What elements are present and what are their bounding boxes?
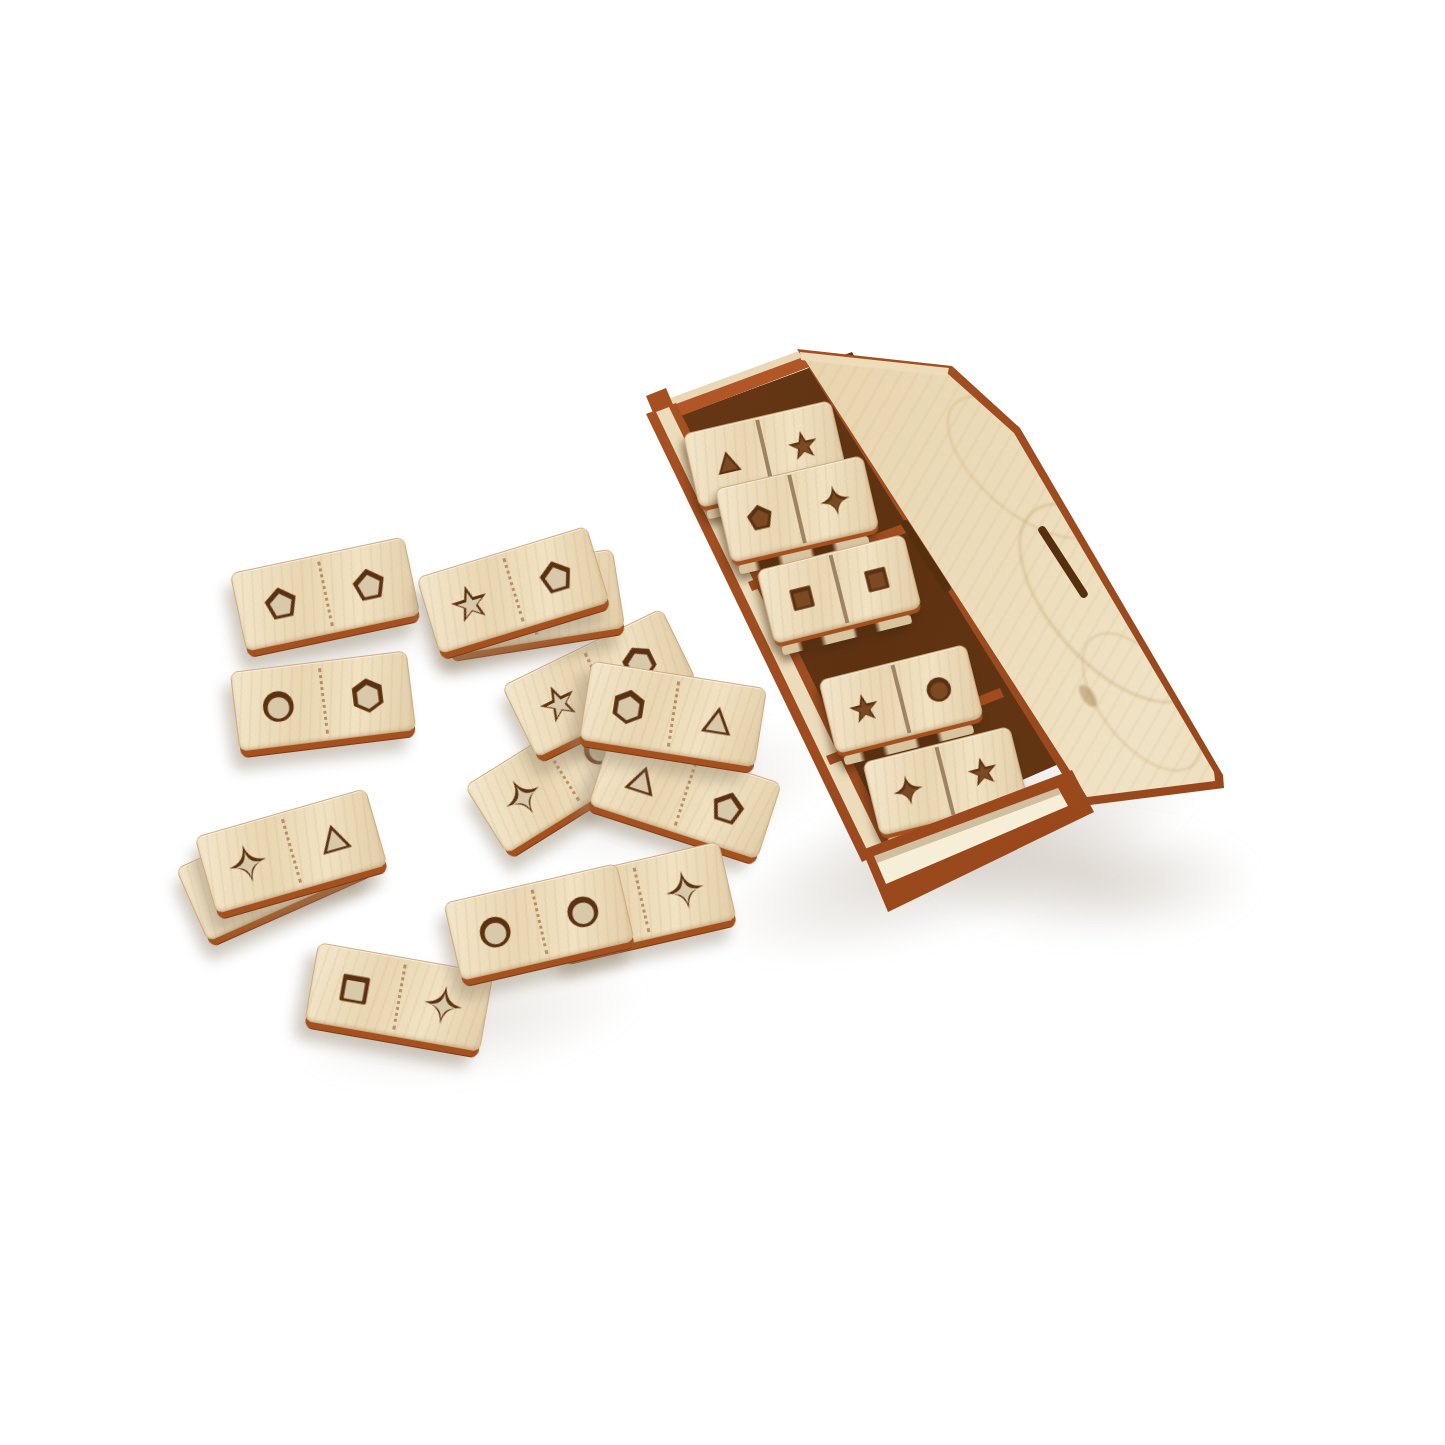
- star4-cutout: [883, 767, 933, 814]
- star4-cutout: [413, 977, 473, 1033]
- tile-half-hexagon: [580, 662, 678, 753]
- star5-cutout: [438, 573, 502, 634]
- star5-cutout: [839, 685, 889, 732]
- pentagon-cutout: [695, 777, 759, 839]
- circle-cutout: [250, 679, 307, 733]
- star5-cutout: [957, 748, 1007, 795]
- triangle-cutout: [703, 439, 752, 485]
- tile-half-star4: [791, 456, 879, 545]
- square-cutout: [777, 575, 827, 622]
- tile-half-circle: [231, 662, 326, 750]
- hexagon-cutout: [599, 679, 658, 735]
- circle-cutout: [913, 666, 963, 713]
- pentagon-cutout: [251, 574, 312, 632]
- hexagon-cutout: [339, 669, 396, 723]
- pentagon-cutout: [338, 556, 399, 614]
- star4-cutout: [654, 861, 715, 919]
- tile-half-square: [306, 943, 405, 1035]
- square-cutout: [325, 961, 385, 1017]
- tile-half-pentagon: [231, 556, 332, 650]
- square-cutout: [851, 556, 901, 603]
- tile-half-hexagon: [320, 652, 415, 740]
- triangle-cutout: [688, 693, 747, 749]
- star4-cutout: [216, 833, 279, 893]
- tile-half-triangle: [668, 676, 766, 767]
- star5-cutout: [778, 422, 827, 468]
- product-scene: [0, 0, 1445, 1445]
- star4-cutout: [810, 477, 859, 523]
- star4-cutout: [488, 763, 558, 831]
- triangle-cutout: [302, 808, 365, 868]
- circle-cutout: [465, 903, 526, 961]
- circle-cutout: [552, 883, 613, 941]
- triangle-cutout: [610, 749, 674, 811]
- pentagon-cutout: [735, 494, 784, 540]
- pentagon-cutout: [524, 546, 588, 607]
- tile-half-pentagon: [318, 538, 419, 632]
